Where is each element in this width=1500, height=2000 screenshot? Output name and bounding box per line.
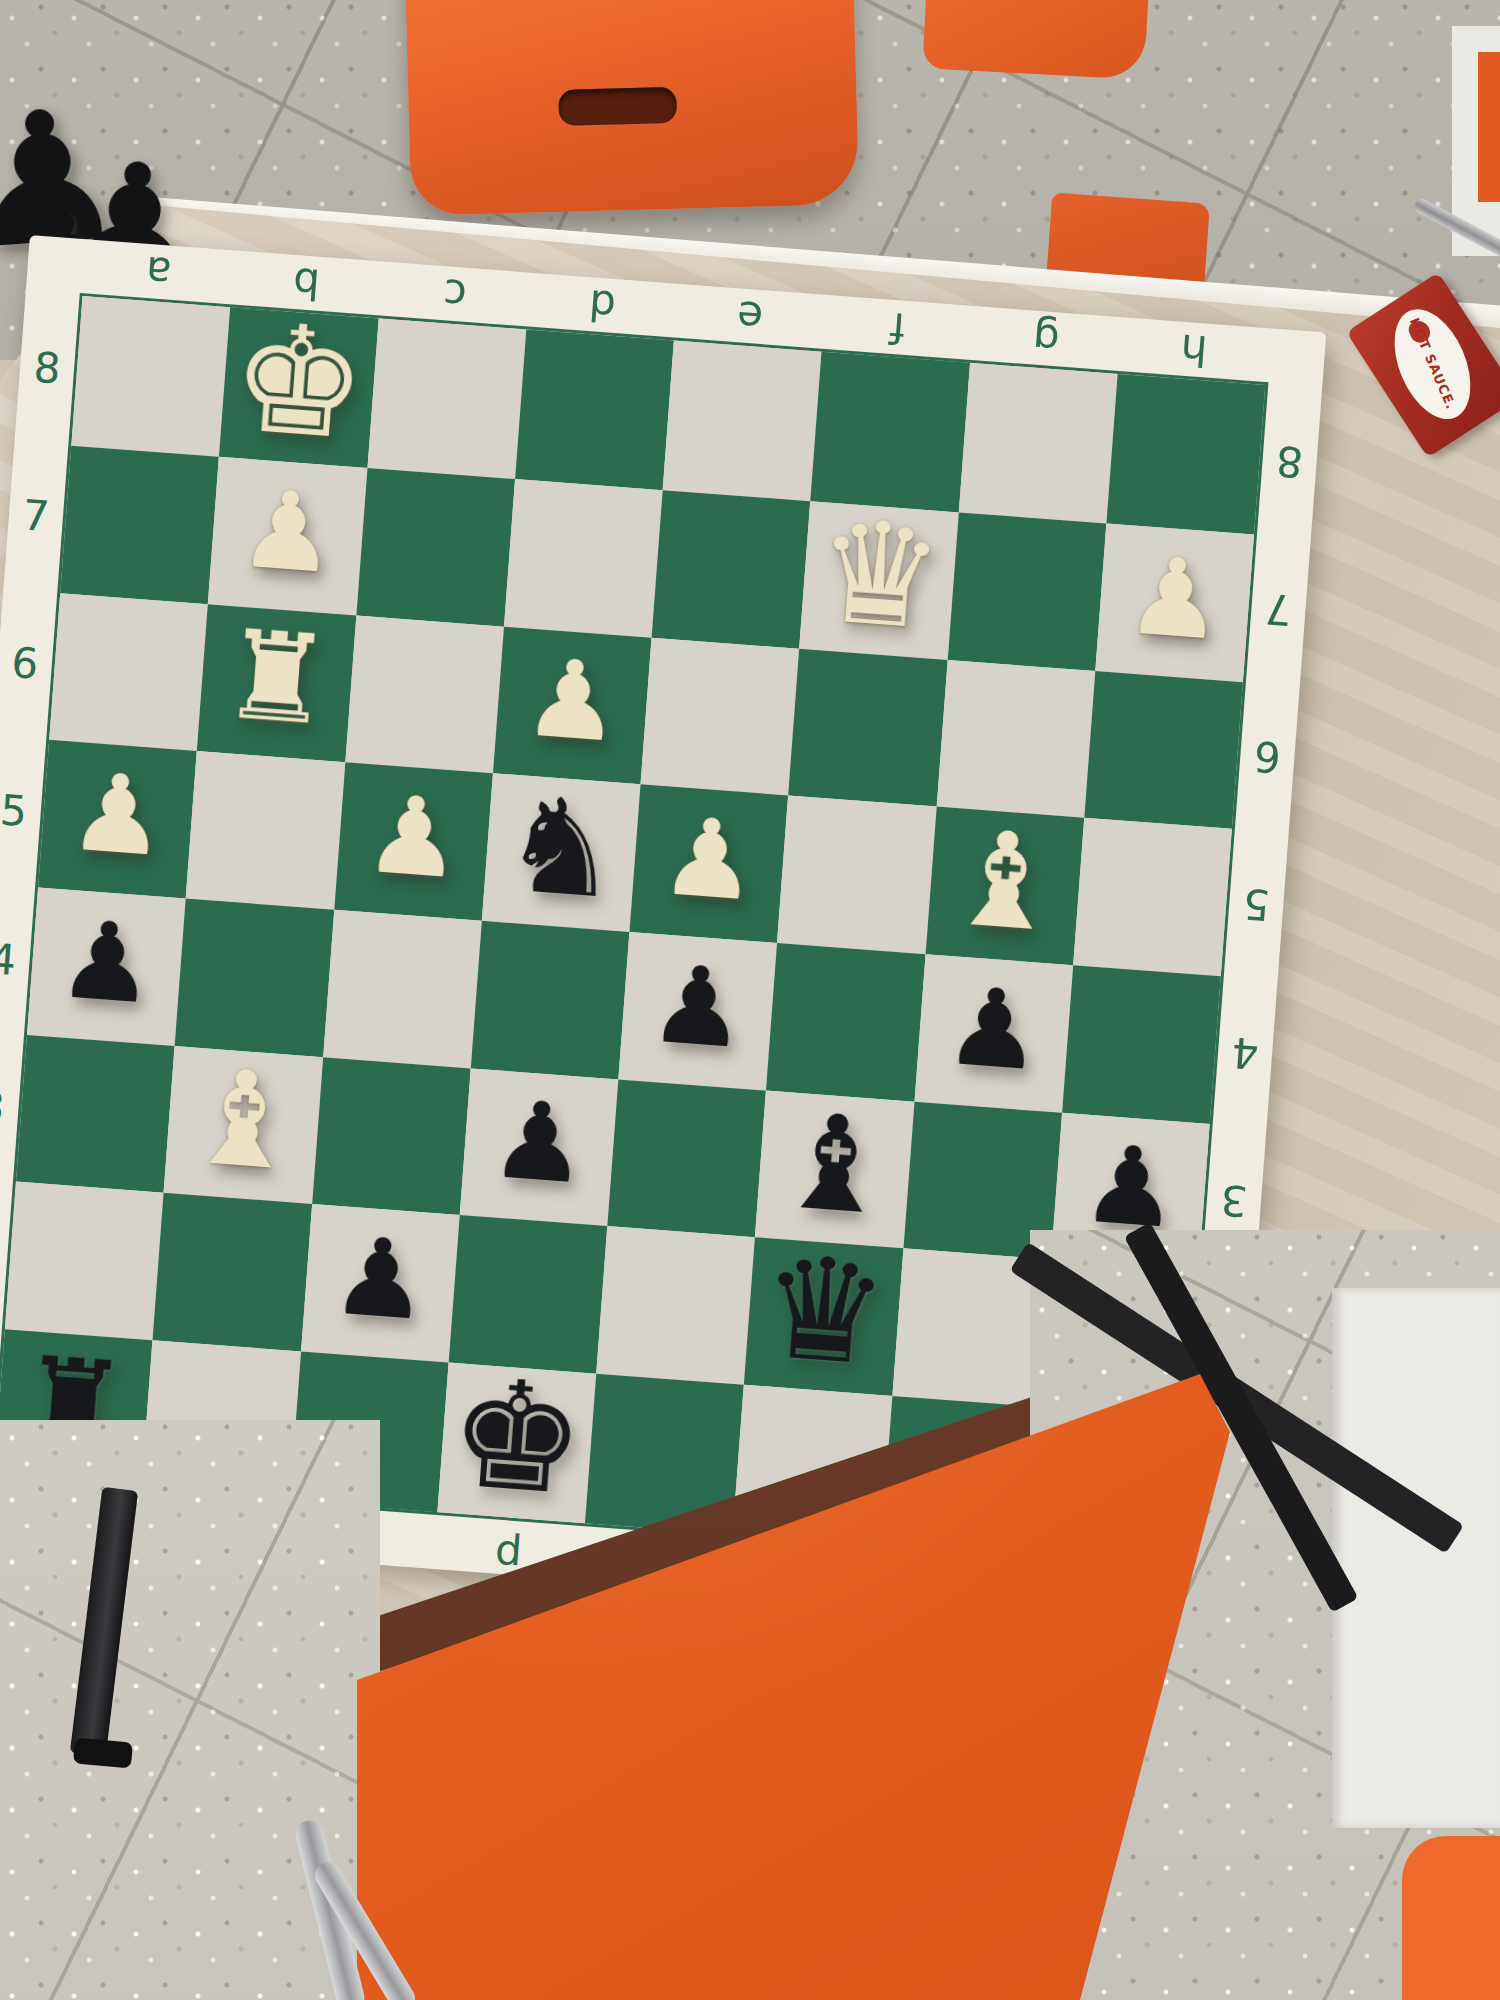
piece-black-pawn-a4: ♟ xyxy=(54,905,159,1020)
piece-white-pawn-h7: ♟ xyxy=(1123,541,1228,656)
photo-chessboard-scene: HOT SAUCE. ♟♟♟ abcdefgh abcdefgh 8765432… xyxy=(0,0,1500,2000)
piece-white-pawn-e5: ♟ xyxy=(657,802,762,917)
square-d8 xyxy=(515,329,674,490)
square-c2: ♟ xyxy=(301,1204,460,1362)
chair-leg-foot xyxy=(73,1738,133,1769)
square-f4 xyxy=(766,943,925,1101)
square-d3: ♟ xyxy=(459,1068,618,1226)
piece-white-king-b8: ♚ xyxy=(226,302,371,462)
square-d4 xyxy=(471,921,630,1079)
chair-handle-slot xyxy=(558,87,677,126)
rank-label-right-4: 4 xyxy=(1218,1026,1272,1079)
piece-black-queen-f2: ♛ xyxy=(755,1235,893,1386)
square-a5: ♟ xyxy=(38,740,197,898)
square-d1: ♚ xyxy=(437,1363,596,1524)
square-g6 xyxy=(936,660,1095,818)
square-c4 xyxy=(323,910,482,1068)
square-c8 xyxy=(367,318,526,479)
piece-white-bishop-b3: ♝ xyxy=(180,1049,308,1190)
orange-chair-corner-fragment xyxy=(1402,1836,1500,2000)
square-c5: ♟ xyxy=(334,762,493,920)
square-b6: ♜ xyxy=(197,604,356,762)
square-f5 xyxy=(777,796,936,954)
rank-label-left-3: 3 xyxy=(0,1081,18,1134)
hot-sauce-label-text: HOT SAUCE. xyxy=(1407,316,1458,412)
piece-black-bishop-f3: ♝ xyxy=(771,1094,899,1235)
piece-white-pawn-d6: ♟ xyxy=(520,644,625,759)
square-b8: ♚ xyxy=(219,307,378,468)
rank-label-right-7: 7 xyxy=(1252,583,1306,636)
square-e4: ♟ xyxy=(618,932,777,1090)
file-label-top-a: a xyxy=(83,242,235,302)
square-a3 xyxy=(16,1035,175,1193)
square-f2: ♛ xyxy=(744,1238,903,1396)
square-a2 xyxy=(5,1182,164,1340)
piece-white-rook-b6: ♜ xyxy=(218,613,336,743)
rank-label-left-5: 5 xyxy=(0,785,41,838)
square-b2 xyxy=(153,1193,312,1351)
square-h4 xyxy=(1062,965,1221,1123)
rank-label-left-7: 7 xyxy=(9,489,63,542)
square-a7 xyxy=(60,446,219,604)
square-d7 xyxy=(504,479,663,637)
piece-black-king-d1: ♚ xyxy=(444,1357,589,1517)
file-label-top-h: h xyxy=(1118,320,1270,380)
rank-label-left-8: 8 xyxy=(20,341,74,394)
square-f7: ♛ xyxy=(799,501,958,659)
square-e7 xyxy=(652,490,811,648)
square-h7: ♟ xyxy=(1095,524,1254,682)
square-b5 xyxy=(186,751,345,909)
file-label-top-c: c xyxy=(379,264,531,324)
square-h8 xyxy=(1106,374,1265,535)
rank-label-left-4: 4 xyxy=(0,933,29,986)
square-c6 xyxy=(345,615,504,773)
square-e6 xyxy=(641,637,800,795)
file-label-top-d: d xyxy=(526,275,678,335)
square-f6 xyxy=(788,649,947,807)
piece-black-pawn-g4: ♟ xyxy=(941,972,1046,1087)
orange-chair-top-right-fragment xyxy=(922,0,1149,80)
square-d5: ♞ xyxy=(482,774,641,932)
square-h5 xyxy=(1073,818,1232,976)
piece-black-pawn-e4: ♟ xyxy=(646,949,751,1064)
piece-white-pawn-a5: ♟ xyxy=(66,758,171,873)
file-label-top-g: g xyxy=(970,308,1122,368)
square-e3 xyxy=(607,1079,766,1237)
orange-chair-right-sliver xyxy=(1478,52,1500,202)
square-e8 xyxy=(663,341,822,502)
file-label-top-f: f xyxy=(822,297,974,357)
piece-white-pawn-b7: ♟ xyxy=(236,474,341,589)
piece-black-pawn-h3: ♟ xyxy=(1078,1130,1183,1245)
square-b7: ♟ xyxy=(208,457,367,615)
orange-chair-top xyxy=(405,0,860,216)
square-g5: ♝ xyxy=(925,807,1084,965)
square-g8 xyxy=(958,363,1117,524)
square-a6 xyxy=(49,593,208,751)
square-g7 xyxy=(947,512,1106,670)
square-h6 xyxy=(1084,671,1243,829)
rank-label-right-3: 3 xyxy=(1207,1174,1261,1227)
square-b3: ♝ xyxy=(164,1046,323,1204)
rank-label-left-6: 6 xyxy=(0,637,52,690)
square-d6: ♟ xyxy=(493,626,652,784)
square-b4 xyxy=(175,899,334,1057)
piece-white-bishop-g5: ♝ xyxy=(941,811,1069,952)
square-c7 xyxy=(356,468,515,626)
square-e2 xyxy=(596,1226,755,1384)
square-a4: ♟ xyxy=(27,887,186,1045)
piece-black-knight-d5: ♞ xyxy=(497,777,625,918)
square-c3 xyxy=(312,1057,471,1215)
square-a8 xyxy=(71,296,230,457)
piece-black-pawn-c2: ♟ xyxy=(328,1222,433,1337)
rank-label-right-8: 8 xyxy=(1263,435,1317,488)
square-g4: ♟ xyxy=(914,954,1073,1112)
piece-white-pawn-c5: ♟ xyxy=(361,780,466,895)
piece-white-queen-f7: ♛ xyxy=(810,499,948,650)
rank-label-right-5: 5 xyxy=(1229,878,1283,931)
square-e5: ♟ xyxy=(629,785,788,943)
rank-label-right-6: 6 xyxy=(1241,731,1295,784)
white-panel-bottom-right xyxy=(1332,1288,1500,1828)
file-label-top-e: e xyxy=(674,286,826,346)
piece-black-pawn-d3: ♟ xyxy=(487,1085,592,1200)
